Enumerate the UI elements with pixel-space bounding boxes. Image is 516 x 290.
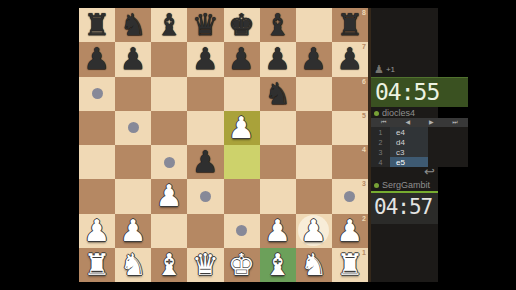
black-pawn-d7[interactable]: ♟ — [192, 44, 219, 74]
black-pawn-a7[interactable]: ♟ — [84, 44, 111, 74]
square-b1[interactable]: ♞ — [115, 248, 151, 282]
black-pawn-f7[interactable]: ♟ — [264, 44, 291, 74]
square-h7[interactable]: ♟7 — [332, 42, 368, 76]
square-h8[interactable]: ♜8 — [332, 8, 368, 42]
white-queen-d1[interactable]: ♛ — [192, 250, 219, 280]
square-e5[interactable]: ♟ — [224, 111, 260, 145]
white-bishop-f1[interactable]: ♝ — [264, 250, 291, 280]
rank-coordinate: 1 — [362, 249, 366, 256]
black-pawn-b7[interactable]: ♟ — [120, 44, 147, 74]
chess-board[interactable]: ♜♞♝♛♚♝♜8♟♟♟♟♟♟♟7♞6♟5♟4♟3♟♟♟♟♟2♜♞♝♛♚♝♞♜1 — [79, 8, 368, 282]
square-b5[interactable] — [115, 111, 151, 145]
move-hint-dot[interactable] — [128, 122, 139, 133]
rank-coordinate: 2 — [362, 215, 366, 222]
move-nav-bar: ⏮◀▶⏭ — [371, 118, 468, 127]
square-d1[interactable]: ♛ — [187, 248, 223, 282]
rank-coordinate: 3 — [362, 180, 366, 187]
square-b2[interactable]: ♟ — [115, 214, 151, 248]
square-f3[interactable] — [260, 179, 296, 213]
move-row-filler — [428, 147, 468, 157]
square-h4[interactable]: 4 — [332, 145, 368, 179]
move-number: 3 — [371, 147, 390, 157]
white-pawn-h2[interactable]: ♟ — [336, 216, 363, 246]
player-bottom-name: SergGambit — [382, 180, 430, 190]
square-c6[interactable] — [151, 77, 187, 111]
white-pawn-f2[interactable]: ♟ — [264, 216, 291, 246]
nav-first-icon[interactable]: ⏮ — [381, 118, 386, 127]
square-a8[interactable]: ♜ — [79, 8, 115, 42]
square-d2[interactable] — [187, 214, 223, 248]
square-b3[interactable] — [115, 179, 151, 213]
square-a4[interactable] — [79, 145, 115, 179]
square-d7[interactable]: ♟ — [187, 42, 223, 76]
black-knight-f6[interactable]: ♞ — [264, 79, 291, 109]
square-g7[interactable]: ♟ — [296, 42, 332, 76]
square-a2[interactable]: ♟ — [79, 214, 115, 248]
square-g2[interactable]: ♟ — [296, 214, 332, 248]
move-san[interactable]: c3 — [390, 147, 428, 157]
square-h1[interactable]: ♜1 — [332, 248, 368, 282]
white-pawn-c3[interactable]: ♟ — [156, 181, 183, 211]
square-h5[interactable]: 5 — [332, 111, 368, 145]
rank-coordinate: 4 — [362, 146, 366, 153]
takeback-arrow-icon[interactable]: ↩ — [405, 165, 435, 179]
move-row: 1e4 — [371, 127, 468, 137]
rank-coordinate: 5 — [362, 112, 366, 119]
square-e6[interactable] — [224, 77, 260, 111]
rank-coordinate: 6 — [362, 78, 366, 85]
material-advantage: ♟ +1 — [374, 62, 395, 76]
square-c4[interactable] — [151, 145, 187, 179]
square-a5[interactable] — [79, 111, 115, 145]
square-f4[interactable] — [260, 145, 296, 179]
move-row-filler — [428, 137, 468, 147]
square-e1[interactable]: ♚ — [224, 248, 260, 282]
square-f1[interactable]: ♝ — [260, 248, 296, 282]
square-e7[interactable]: ♟ — [224, 42, 260, 76]
rank-coordinate: 7 — [362, 43, 366, 50]
move-number: 1 — [371, 127, 390, 137]
square-d8[interactable]: ♛ — [187, 8, 223, 42]
online-dot-icon — [374, 183, 379, 188]
nav-next-icon[interactable]: ▶ — [429, 118, 434, 127]
clock-top-time: 04:55 — [375, 79, 439, 105]
clock-top: 04:55 — [371, 77, 468, 107]
white-bishop-c1[interactable]: ♝ — [156, 250, 183, 280]
video-frame: ♜♞♝♛♚♝♜8♟♟♟♟♟♟♟7♞6♟5♟4♟3♟♟♟♟♟2♜♞♝♛♚♝♞♜1 … — [0, 0, 516, 290]
move-number: 2 — [371, 137, 390, 147]
square-g6[interactable] — [296, 77, 332, 111]
square-e8[interactable]: ♚ — [224, 8, 260, 42]
square-d5[interactable] — [187, 111, 223, 145]
square-a1[interactable]: ♜ — [79, 248, 115, 282]
square-d3[interactable] — [187, 179, 223, 213]
square-e4[interactable] — [224, 145, 260, 179]
move-number: 4 — [371, 157, 390, 167]
square-f8[interactable]: ♝ — [260, 8, 296, 42]
move-row: 2d4 — [371, 137, 468, 147]
white-king-e1[interactable]: ♚ — [228, 250, 255, 280]
square-h3[interactable]: 3 — [332, 179, 368, 213]
square-d6[interactable] — [187, 77, 223, 111]
square-h6[interactable]: 6 — [332, 77, 368, 111]
black-rook-h8[interactable]: ♜ — [336, 10, 363, 40]
square-c7[interactable] — [151, 42, 187, 76]
square-a6[interactable] — [79, 77, 115, 111]
move-hint-dot[interactable] — [236, 225, 247, 236]
material-count: +1 — [386, 65, 395, 74]
player-bottom[interactable]: SergGambit — [374, 180, 430, 190]
white-pawn-a2[interactable]: ♟ — [84, 216, 111, 246]
square-c8[interactable]: ♝ — [151, 8, 187, 42]
black-pawn-g7[interactable]: ♟ — [300, 44, 327, 74]
black-queen-d8[interactable]: ♛ — [192, 10, 219, 40]
square-d4[interactable]: ♟ — [187, 145, 223, 179]
square-g4[interactable] — [296, 145, 332, 179]
square-c2[interactable] — [151, 214, 187, 248]
square-f5[interactable] — [260, 111, 296, 145]
square-f7[interactable]: ♟ — [260, 42, 296, 76]
white-rook-a1[interactable]: ♜ — [84, 250, 111, 280]
black-pawn-e7[interactable]: ♟ — [228, 44, 255, 74]
white-knight-b1[interactable]: ♞ — [120, 250, 147, 280]
square-g3[interactable] — [296, 179, 332, 213]
move-row: 3c3 — [371, 147, 468, 157]
move-san[interactable]: e4 — [390, 127, 428, 137]
clock-bottom: 04:57 — [371, 191, 438, 224]
nav-last-icon[interactable]: ⏭ — [453, 118, 458, 127]
nav-prev-icon[interactable]: ◀ — [405, 118, 410, 127]
square-h2[interactable]: ♟2 — [332, 214, 368, 248]
white-rook-h1[interactable]: ♜ — [336, 250, 363, 280]
white-pawn-b2[interactable]: ♟ — [120, 216, 147, 246]
square-b7[interactable]: ♟ — [115, 42, 151, 76]
black-king-e8[interactable]: ♚ — [228, 10, 255, 40]
move-list[interactable]: 1e42d43c34e5 — [371, 127, 468, 167]
player-top[interactable]: diocles4 — [374, 108, 415, 118]
square-g5[interactable] — [296, 111, 332, 145]
black-pawn-d4[interactable]: ♟ — [192, 147, 219, 177]
square-f2[interactable]: ♟ — [260, 214, 296, 248]
move-hint-dot[interactable] — [200, 191, 211, 202]
square-e2[interactable] — [224, 214, 260, 248]
pawn-icon: ♟ — [374, 63, 384, 76]
white-pawn-g2[interactable]: ♟ — [300, 216, 327, 246]
square-a3[interactable] — [79, 179, 115, 213]
square-c3[interactable]: ♟ — [151, 179, 187, 213]
move-hint-dot[interactable] — [164, 157, 175, 168]
move-hint-dot[interactable] — [92, 88, 103, 99]
black-bishop-c8[interactable]: ♝ — [156, 10, 183, 40]
black-bishop-f8[interactable]: ♝ — [264, 10, 291, 40]
square-e3[interactable] — [224, 179, 260, 213]
clock-bottom-time: 04:57 — [374, 195, 432, 219]
square-g1[interactable]: ♞ — [296, 248, 332, 282]
black-knight-b8[interactable]: ♞ — [120, 10, 147, 40]
square-c5[interactable] — [151, 111, 187, 145]
square-b8[interactable]: ♞ — [115, 8, 151, 42]
square-g8[interactable] — [296, 8, 332, 42]
square-b4[interactable] — [115, 145, 151, 179]
black-pawn-h7[interactable]: ♟ — [336, 44, 363, 74]
black-rook-a8[interactable]: ♜ — [84, 10, 111, 40]
square-f6[interactable]: ♞ — [260, 77, 296, 111]
move-san[interactable]: d4 — [390, 137, 428, 147]
white-pawn-e5[interactable]: ♟ — [228, 113, 255, 143]
square-b6[interactable] — [115, 77, 151, 111]
move-hint-dot[interactable] — [344, 191, 355, 202]
move-row-filler — [428, 127, 468, 137]
player-top-name: diocles4 — [382, 108, 415, 118]
square-a7[interactable]: ♟ — [79, 42, 115, 76]
rank-coordinate: 8 — [362, 9, 366, 16]
white-knight-g1[interactable]: ♞ — [300, 250, 327, 280]
online-dot-icon — [374, 111, 379, 116]
square-c1[interactable]: ♝ — [151, 248, 187, 282]
